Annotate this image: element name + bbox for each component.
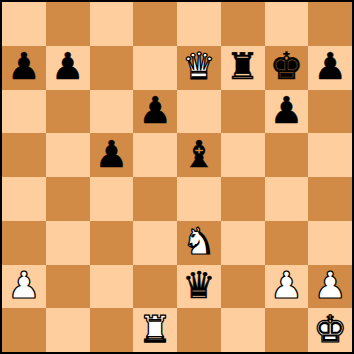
black-king[interactable]: ♚ [270,48,303,85]
square-b1[interactable] [46,308,90,352]
square-d2[interactable] [133,265,177,309]
white-pawn[interactable]: ♟ [7,267,40,304]
square-g1[interactable] [265,308,309,352]
white-queen[interactable]: ♛ [182,48,215,85]
square-c8[interactable] [90,2,134,46]
board-frame: ♟♟♛♜♚♟♟♟♟♝♞♟♛♟♟♜♚ [0,0,354,354]
square-e3[interactable]: ♞ [177,221,221,265]
square-h2[interactable]: ♟ [308,265,352,309]
square-g2[interactable]: ♟ [265,265,309,309]
square-d6[interactable]: ♟ [133,90,177,134]
black-bishop[interactable]: ♝ [182,136,215,173]
square-f4[interactable] [221,177,265,221]
black-pawn[interactable]: ♟ [314,48,347,85]
square-a5[interactable] [2,133,46,177]
square-c4[interactable] [90,177,134,221]
square-g4[interactable] [265,177,309,221]
square-h5[interactable] [308,133,352,177]
square-d8[interactable] [133,2,177,46]
black-pawn[interactable]: ♟ [270,92,303,129]
square-f6[interactable] [221,90,265,134]
square-e2[interactable]: ♛ [177,265,221,309]
square-e1[interactable] [177,308,221,352]
square-a4[interactable] [2,177,46,221]
square-f8[interactable] [221,2,265,46]
square-c7[interactable] [90,46,134,90]
square-f2[interactable] [221,265,265,309]
square-e6[interactable] [177,90,221,134]
square-c2[interactable] [90,265,134,309]
square-h3[interactable] [308,221,352,265]
white-pawn[interactable]: ♟ [314,267,347,304]
square-a1[interactable] [2,308,46,352]
square-f1[interactable] [221,308,265,352]
black-rook[interactable]: ♜ [226,48,259,85]
square-b7[interactable]: ♟ [46,46,90,90]
square-c3[interactable] [90,221,134,265]
square-f3[interactable] [221,221,265,265]
square-h8[interactable] [308,2,352,46]
white-pawn[interactable]: ♟ [270,267,303,304]
square-g6[interactable]: ♟ [265,90,309,134]
square-b4[interactable] [46,177,90,221]
square-h7[interactable]: ♟ [308,46,352,90]
square-e8[interactable] [177,2,221,46]
square-g5[interactable] [265,133,309,177]
square-b3[interactable] [46,221,90,265]
square-c1[interactable] [90,308,134,352]
square-g3[interactable] [265,221,309,265]
square-d1[interactable]: ♜ [133,308,177,352]
black-pawn[interactable]: ♟ [95,136,128,173]
square-e4[interactable] [177,177,221,221]
square-d3[interactable] [133,221,177,265]
square-a8[interactable] [2,2,46,46]
square-h6[interactable] [308,90,352,134]
square-b2[interactable] [46,265,90,309]
square-b6[interactable] [46,90,90,134]
square-a6[interactable] [2,90,46,134]
square-c5[interactable]: ♟ [90,133,134,177]
square-b8[interactable] [46,2,90,46]
black-pawn[interactable]: ♟ [139,92,172,129]
square-a7[interactable]: ♟ [2,46,46,90]
square-f5[interactable] [221,133,265,177]
square-e5[interactable]: ♝ [177,133,221,177]
square-a3[interactable] [2,221,46,265]
square-a2[interactable]: ♟ [2,265,46,309]
chess-board: ♟♟♛♜♚♟♟♟♟♝♞♟♛♟♟♜♚ [2,2,352,352]
square-d5[interactable] [133,133,177,177]
black-queen[interactable]: ♛ [182,267,215,304]
square-b5[interactable] [46,133,90,177]
square-h1[interactable]: ♚ [308,308,352,352]
square-h4[interactable] [308,177,352,221]
square-g7[interactable]: ♚ [265,46,309,90]
white-king[interactable]: ♚ [314,311,347,348]
square-f7[interactable]: ♜ [221,46,265,90]
square-e7[interactable]: ♛ [177,46,221,90]
white-rook[interactable]: ♜ [139,311,172,348]
white-knight[interactable]: ♞ [182,223,215,260]
black-pawn[interactable]: ♟ [51,48,84,85]
square-d4[interactable] [133,177,177,221]
black-pawn[interactable]: ♟ [7,48,40,85]
square-c6[interactable] [90,90,134,134]
square-d7[interactable] [133,46,177,90]
square-g8[interactable] [265,2,309,46]
